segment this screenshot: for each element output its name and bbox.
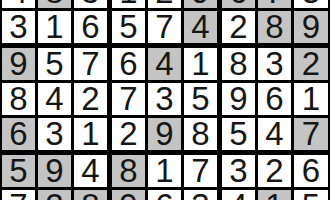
cell-r2c9[interactable]: 3 (294, 0, 328, 8)
cell-r8c1[interactable]: 7 (2, 190, 35, 200)
cell-r8c4[interactable]: 9 (112, 190, 145, 200)
cell-r4c6[interactable]: 1 (184, 48, 217, 80)
cell-r8c6[interactable]: 3 (184, 190, 217, 200)
cell-r6c3[interactable]: 1 (74, 118, 107, 150)
cell-r8c9[interactable]: 5 (294, 190, 328, 200)
cell-r7c7[interactable]: 3 (222, 155, 255, 187)
cell-r2c7[interactable]: 6 (222, 0, 255, 8)
cell-r5c3[interactable]: 2 (74, 83, 107, 115)
cell-r7c5[interactable]: 1 (148, 155, 181, 187)
cell-r3c8[interactable]: 8 (258, 11, 291, 43)
cell-r8c5[interactable]: 6 (148, 190, 181, 200)
cell-r8c2[interactable]: 2 (38, 190, 71, 200)
cell-r7c1[interactable]: 5 (2, 155, 35, 187)
cell-r2c8[interactable]: 7 (258, 0, 291, 8)
cell-r3c2[interactable]: 1 (38, 11, 71, 43)
cell-r3c5[interactable]: 7 (148, 11, 181, 43)
sudoku-grid: 2793861544851296733165742899576418328427… (0, 0, 330, 200)
cell-r3c9[interactable]: 9 (294, 11, 328, 43)
sudoku-board-window: 2793861544851296733165742899576418328427… (0, 0, 330, 200)
cell-r4c8[interactable]: 3 (258, 48, 291, 80)
cell-r6c4[interactable]: 2 (112, 118, 145, 150)
cell-r5c2[interactable]: 4 (38, 83, 71, 115)
cell-r2c2[interactable]: 8 (38, 0, 71, 8)
cell-r5c8[interactable]: 6 (258, 83, 291, 115)
cell-r7c3[interactable]: 4 (74, 155, 107, 187)
cell-r7c2[interactable]: 9 (38, 155, 71, 187)
cell-r5c7[interactable]: 9 (222, 83, 255, 115)
cell-r4c7[interactable]: 8 (222, 48, 255, 80)
cell-r4c3[interactable]: 7 (74, 48, 107, 80)
cell-r3c7[interactable]: 2 (222, 11, 255, 43)
cell-r3c6[interactable]: 4 (184, 11, 217, 43)
cell-r7c9[interactable]: 6 (294, 155, 328, 187)
cell-r7c6[interactable]: 7 (184, 155, 217, 187)
cell-r5c9[interactable]: 1 (294, 83, 328, 115)
cell-r2c5[interactable]: 2 (148, 0, 181, 8)
cell-r6c8[interactable]: 4 (258, 118, 291, 150)
cell-r3c4[interactable]: 5 (112, 11, 145, 43)
cell-r4c9[interactable]: 2 (294, 48, 328, 80)
cell-r5c5[interactable]: 3 (148, 83, 181, 115)
cell-r4c4[interactable]: 6 (112, 48, 145, 80)
cell-r6c1[interactable]: 6 (2, 118, 35, 150)
cell-r7c8[interactable]: 2 (258, 155, 291, 187)
cell-r2c6[interactable]: 9 (184, 0, 217, 8)
cell-r4c2[interactable]: 5 (38, 48, 71, 80)
cell-r4c5[interactable]: 4 (148, 48, 181, 80)
cell-r3c1[interactable]: 3 (2, 11, 35, 43)
cell-r2c3[interactable]: 5 (74, 0, 107, 8)
cell-r8c3[interactable]: 8 (74, 190, 107, 200)
cell-r5c4[interactable]: 7 (112, 83, 145, 115)
cell-r6c5[interactable]: 9 (148, 118, 181, 150)
cell-r6c6[interactable]: 8 (184, 118, 217, 150)
cell-r5c1[interactable]: 8 (2, 83, 35, 115)
cell-r2c1[interactable]: 4 (2, 0, 35, 8)
cell-r8c8[interactable]: 1 (258, 190, 291, 200)
cell-r4c1[interactable]: 9 (2, 48, 35, 80)
cell-r2c4[interactable]: 1 (112, 0, 145, 8)
cell-r6c9[interactable]: 7 (294, 118, 328, 150)
cell-r7c4[interactable]: 8 (112, 155, 145, 187)
cell-r8c7[interactable]: 4 (222, 190, 255, 200)
cell-r6c2[interactable]: 3 (38, 118, 71, 150)
cell-r6c7[interactable]: 5 (222, 118, 255, 150)
cell-r3c3[interactable]: 6 (74, 11, 107, 43)
cell-r5c6[interactable]: 5 (184, 83, 217, 115)
